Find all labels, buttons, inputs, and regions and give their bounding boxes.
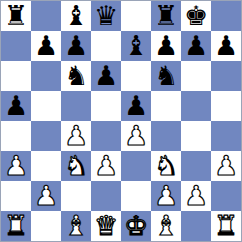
square-c8[interactable]: ♝: [61, 1, 91, 31]
black-bishop-icon[interactable]: ♝: [64, 1, 88, 31]
white-bishop-icon[interactable]: ♝: [154, 211, 178, 241]
black-pawn-icon[interactable]: ♟: [4, 91, 28, 121]
white-queen-icon[interactable]: ♛: [94, 211, 118, 241]
black-knight-icon[interactable]: ♞: [154, 61, 178, 91]
square-h3[interactable]: ♟: [211, 151, 241, 181]
black-knight-icon[interactable]: ♞: [64, 61, 88, 91]
square-f4[interactable]: [151, 121, 181, 151]
square-e8[interactable]: [121, 1, 151, 31]
white-pawn-icon[interactable]: ♟: [214, 151, 238, 181]
square-a5[interactable]: ♟: [1, 91, 31, 121]
chess-board-frame: ♜♝♛♜♚♟♟♝♟♟♟♞♟♞♟♟♟♟♟♞♟♞♟♟♟♟♜♝♛♚♝♜: [0, 0, 242, 242]
square-c7[interactable]: ♟: [61, 31, 91, 61]
square-c6[interactable]: ♞: [61, 61, 91, 91]
square-g8[interactable]: ♚: [181, 1, 211, 31]
square-f5[interactable]: [151, 91, 181, 121]
square-e5[interactable]: ♟: [121, 91, 151, 121]
black-bishop-icon[interactable]: ♝: [124, 31, 148, 61]
white-pawn-icon[interactable]: ♟: [154, 181, 178, 211]
white-knight-icon[interactable]: ♞: [64, 151, 88, 181]
square-b8[interactable]: [31, 1, 61, 31]
square-a7[interactable]: [1, 31, 31, 61]
white-pawn-icon[interactable]: ♟: [34, 181, 58, 211]
square-h2[interactable]: [211, 181, 241, 211]
black-king-icon[interactable]: ♚: [184, 1, 208, 31]
square-d1[interactable]: ♛: [91, 211, 121, 241]
square-b6[interactable]: [31, 61, 61, 91]
square-h8[interactable]: [211, 1, 241, 31]
square-b5[interactable]: [31, 91, 61, 121]
black-rook-icon[interactable]: ♜: [154, 1, 178, 31]
square-e6[interactable]: [121, 61, 151, 91]
square-f2[interactable]: ♟: [151, 181, 181, 211]
square-c5[interactable]: [61, 91, 91, 121]
square-a6[interactable]: [1, 61, 31, 91]
square-d5[interactable]: [91, 91, 121, 121]
square-b7[interactable]: ♟: [31, 31, 61, 61]
square-e1[interactable]: ♚: [121, 211, 151, 241]
square-g7[interactable]: ♟: [181, 31, 211, 61]
square-b1[interactable]: [31, 211, 61, 241]
square-h5[interactable]: [211, 91, 241, 121]
square-b2[interactable]: ♟: [31, 181, 61, 211]
white-bishop-icon[interactable]: ♝: [64, 211, 88, 241]
square-a2[interactable]: [1, 181, 31, 211]
black-pawn-icon[interactable]: ♟: [34, 31, 58, 61]
white-knight-icon[interactable]: ♞: [154, 151, 178, 181]
square-a3[interactable]: ♟: [1, 151, 31, 181]
square-g5[interactable]: [181, 91, 211, 121]
square-f6[interactable]: ♞: [151, 61, 181, 91]
square-c4[interactable]: ♟: [61, 121, 91, 151]
square-e7[interactable]: ♝: [121, 31, 151, 61]
white-pawn-icon[interactable]: ♟: [64, 121, 88, 151]
square-b3[interactable]: [31, 151, 61, 181]
square-f8[interactable]: ♜: [151, 1, 181, 31]
square-g3[interactable]: [181, 151, 211, 181]
square-a4[interactable]: [1, 121, 31, 151]
square-c2[interactable]: [61, 181, 91, 211]
square-e2[interactable]: [121, 181, 151, 211]
white-pawn-icon[interactable]: ♟: [184, 181, 208, 211]
square-e4[interactable]: ♟: [121, 121, 151, 151]
black-pawn-icon[interactable]: ♟: [124, 91, 148, 121]
square-g4[interactable]: [181, 121, 211, 151]
square-d4[interactable]: [91, 121, 121, 151]
square-e3[interactable]: [121, 151, 151, 181]
square-h6[interactable]: [211, 61, 241, 91]
square-a8[interactable]: ♜: [1, 1, 31, 31]
square-g6[interactable]: [181, 61, 211, 91]
square-d2[interactable]: [91, 181, 121, 211]
square-f1[interactable]: ♝: [151, 211, 181, 241]
white-pawn-icon[interactable]: ♟: [94, 151, 118, 181]
square-h1[interactable]: ♜: [211, 211, 241, 241]
white-pawn-icon[interactable]: ♟: [124, 121, 148, 151]
square-d3[interactable]: ♟: [91, 151, 121, 181]
square-c1[interactable]: ♝: [61, 211, 91, 241]
black-pawn-icon[interactable]: ♟: [64, 31, 88, 61]
square-f7[interactable]: ♟: [151, 31, 181, 61]
black-pawn-icon[interactable]: ♟: [154, 31, 178, 61]
square-h4[interactable]: [211, 121, 241, 151]
square-d7[interactable]: [91, 31, 121, 61]
square-b4[interactable]: [31, 121, 61, 151]
white-pawn-icon[interactable]: ♟: [4, 151, 28, 181]
white-king-icon[interactable]: ♚: [124, 211, 148, 241]
square-g1[interactable]: [181, 211, 211, 241]
white-rook-icon[interactable]: ♜: [214, 211, 238, 241]
black-pawn-icon[interactable]: ♟: [94, 61, 118, 91]
black-pawn-icon[interactable]: ♟: [214, 31, 238, 61]
white-rook-icon[interactable]: ♜: [4, 211, 28, 241]
black-queen-icon[interactable]: ♛: [94, 1, 118, 31]
square-a1[interactable]: ♜: [1, 211, 31, 241]
square-d8[interactable]: ♛: [91, 1, 121, 31]
square-g2[interactable]: ♟: [181, 181, 211, 211]
square-d6[interactable]: ♟: [91, 61, 121, 91]
black-pawn-icon[interactable]: ♟: [184, 31, 208, 61]
square-h7[interactable]: ♟: [211, 31, 241, 61]
square-f3[interactable]: ♞: [151, 151, 181, 181]
black-rook-icon[interactable]: ♜: [4, 1, 28, 31]
chess-board: ♜♝♛♜♚♟♟♝♟♟♟♞♟♞♟♟♟♟♟♞♟♞♟♟♟♟♜♝♛♚♝♜: [1, 1, 241, 241]
square-c3[interactable]: ♞: [61, 151, 91, 181]
